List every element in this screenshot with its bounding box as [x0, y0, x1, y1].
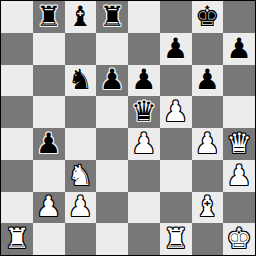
piece-white-rook[interactable]: ♜	[4, 225, 29, 253]
square-e1[interactable]	[128, 223, 160, 255]
square-b3[interactable]	[33, 160, 65, 192]
square-g4[interactable]: ♟	[192, 128, 224, 160]
piece-black-pawn[interactable]: ♟	[195, 66, 220, 94]
piece-black-pawn[interactable]: ♟	[100, 66, 125, 94]
square-a8[interactable]	[1, 1, 33, 33]
square-d7[interactable]	[96, 33, 128, 65]
square-f7[interactable]: ♟	[160, 33, 192, 65]
square-g3[interactable]	[192, 160, 224, 192]
piece-black-pawn[interactable]: ♟	[227, 35, 252, 63]
piece-white-pawn[interactable]: ♟	[131, 130, 156, 158]
square-f1[interactable]: ♜	[160, 223, 192, 255]
square-a6[interactable]	[1, 65, 33, 97]
square-b5[interactable]	[33, 96, 65, 128]
piece-black-pawn[interactable]: ♟	[36, 130, 61, 158]
piece-black-pawn[interactable]: ♟	[131, 66, 156, 94]
square-g6[interactable]: ♟	[192, 65, 224, 97]
square-c4[interactable]	[65, 128, 97, 160]
square-a3[interactable]	[1, 160, 33, 192]
square-b6[interactable]	[33, 65, 65, 97]
square-g8[interactable]: ♚	[192, 1, 224, 33]
square-d8[interactable]: ♜	[96, 1, 128, 33]
square-g7[interactable]	[192, 33, 224, 65]
piece-black-knight[interactable]: ♞	[68, 66, 93, 94]
piece-white-pawn[interactable]: ♟	[36, 193, 61, 221]
square-h6[interactable]	[223, 65, 255, 97]
square-h5[interactable]	[223, 96, 255, 128]
piece-black-pawn[interactable]: ♟	[163, 35, 188, 63]
square-a7[interactable]	[1, 33, 33, 65]
square-a2[interactable]	[1, 192, 33, 224]
square-e3[interactable]	[128, 160, 160, 192]
piece-white-king[interactable]: ♚	[227, 225, 252, 253]
square-e5[interactable]: ♛	[128, 96, 160, 128]
square-e8[interactable]	[128, 1, 160, 33]
piece-black-bishop[interactable]: ♝	[68, 3, 93, 31]
piece-white-queen[interactable]: ♛	[227, 130, 252, 158]
piece-black-king[interactable]: ♚	[195, 3, 220, 31]
piece-white-pawn[interactable]: ♟	[68, 193, 93, 221]
square-h2[interactable]	[223, 192, 255, 224]
square-d4[interactable]	[96, 128, 128, 160]
piece-white-pawn[interactable]: ♟	[163, 98, 188, 126]
piece-white-pawn[interactable]: ♟	[227, 162, 252, 190]
square-h1[interactable]: ♚	[223, 223, 255, 255]
square-e4[interactable]: ♟	[128, 128, 160, 160]
square-g2[interactable]: ♝	[192, 192, 224, 224]
square-g1[interactable]	[192, 223, 224, 255]
square-a4[interactable]	[1, 128, 33, 160]
piece-white-bishop[interactable]: ♝	[195, 193, 220, 221]
square-h7[interactable]: ♟	[223, 33, 255, 65]
square-f3[interactable]	[160, 160, 192, 192]
square-h8[interactable]	[223, 1, 255, 33]
piece-black-queen[interactable]: ♛	[131, 98, 156, 126]
square-c6[interactable]: ♞	[65, 65, 97, 97]
square-b7[interactable]	[33, 33, 65, 65]
square-d3[interactable]	[96, 160, 128, 192]
piece-white-knight[interactable]: ♞	[68, 162, 93, 190]
square-b2[interactable]: ♟	[33, 192, 65, 224]
square-d2[interactable]	[96, 192, 128, 224]
square-c3[interactable]: ♞	[65, 160, 97, 192]
square-f4[interactable]	[160, 128, 192, 160]
square-e2[interactable]	[128, 192, 160, 224]
square-d1[interactable]	[96, 223, 128, 255]
square-c1[interactable]	[65, 223, 97, 255]
square-h4[interactable]: ♛	[223, 128, 255, 160]
square-a5[interactable]	[1, 96, 33, 128]
square-e6[interactable]: ♟	[128, 65, 160, 97]
square-b1[interactable]	[33, 223, 65, 255]
square-f2[interactable]	[160, 192, 192, 224]
square-f8[interactable]	[160, 1, 192, 33]
square-c8[interactable]: ♝	[65, 1, 97, 33]
square-b4[interactable]: ♟	[33, 128, 65, 160]
square-e7[interactable]	[128, 33, 160, 65]
piece-black-rook[interactable]: ♜	[100, 3, 125, 31]
chess-board: ♜♝♜♚♟♟♞♟♟♟♛♟♟♟♟♛♞♟♟♟♝♜♜♚	[0, 0, 256, 256]
square-c5[interactable]	[65, 96, 97, 128]
square-g5[interactable]	[192, 96, 224, 128]
square-b8[interactable]: ♜	[33, 1, 65, 33]
square-h3[interactable]: ♟	[223, 160, 255, 192]
square-c2[interactable]: ♟	[65, 192, 97, 224]
piece-white-rook[interactable]: ♜	[163, 225, 188, 253]
square-a1[interactable]: ♜	[1, 223, 33, 255]
piece-white-pawn[interactable]: ♟	[195, 130, 220, 158]
square-f5[interactable]: ♟	[160, 96, 192, 128]
square-f6[interactable]	[160, 65, 192, 97]
square-d5[interactable]	[96, 96, 128, 128]
square-d6[interactable]: ♟	[96, 65, 128, 97]
square-c7[interactable]	[65, 33, 97, 65]
piece-black-rook[interactable]: ♜	[36, 3, 61, 31]
